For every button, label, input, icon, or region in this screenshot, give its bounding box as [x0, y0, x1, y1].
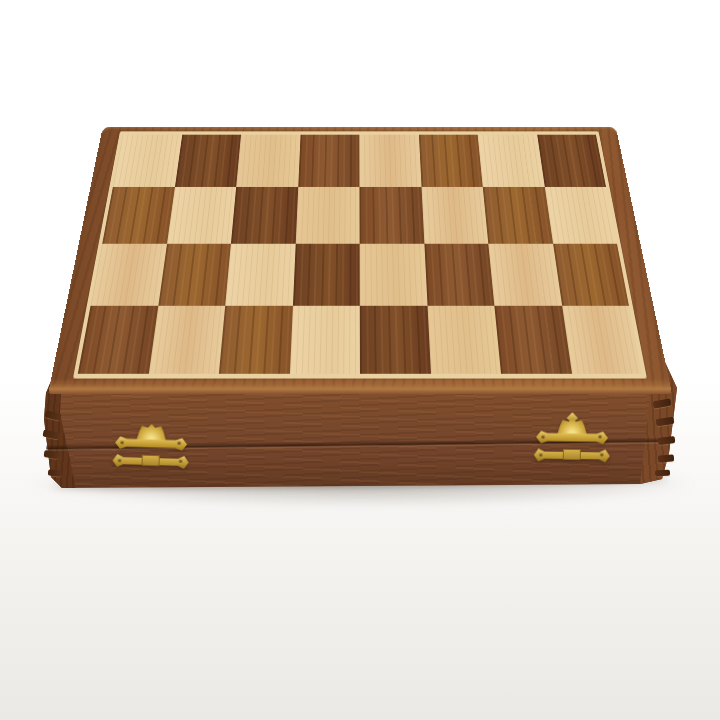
product-photo — [0, 0, 720, 720]
chessboard-lid — [78, 135, 642, 374]
clasp-screw — [539, 453, 543, 457]
clasp-screw — [598, 434, 602, 438]
board-square — [91, 244, 167, 306]
brass-clasp-right — [532, 417, 613, 466]
board-square — [427, 306, 501, 374]
board-square — [553, 244, 629, 306]
board-square — [78, 306, 158, 374]
board-square — [537, 135, 606, 187]
board-square — [148, 306, 225, 374]
board-square — [424, 244, 494, 306]
box-lid-top — [48, 127, 672, 394]
board-square — [113, 135, 182, 187]
board-square — [225, 244, 295, 306]
board-square — [488, 244, 561, 306]
board-square — [360, 306, 431, 374]
board-square — [544, 187, 617, 244]
board-square — [219, 306, 293, 374]
board-square — [158, 244, 231, 306]
clasp-crown-ornament — [136, 424, 166, 442]
lid-front-edge-highlight — [48, 379, 672, 394]
clasp-crown-ornament — [557, 418, 587, 435]
board-square — [359, 135, 421, 187]
board-square — [360, 244, 427, 306]
board-square — [421, 187, 488, 244]
board-square — [295, 187, 359, 244]
lid-maple-border — [73, 131, 647, 378]
board-square — [359, 187, 423, 244]
board-square — [478, 135, 545, 187]
board-square — [292, 244, 359, 306]
perspective-scene — [0, 0, 720, 720]
board-square — [175, 135, 241, 187]
clasp-screw — [118, 458, 122, 462]
clasp-screw — [120, 440, 124, 444]
board-square — [562, 306, 642, 374]
board-square — [298, 135, 360, 187]
board-square — [231, 187, 298, 244]
board-square — [236, 135, 300, 187]
board-square — [102, 187, 174, 244]
clasp-hasp — [142, 455, 160, 466]
board-square — [483, 187, 553, 244]
clasp-screw — [179, 459, 183, 463]
clasp-hasp — [563, 449, 581, 460]
board-square — [418, 135, 482, 187]
board-square — [167, 187, 237, 244]
board-square — [289, 306, 360, 374]
brass-clasp-left — [110, 423, 191, 473]
board-square — [494, 306, 571, 374]
clasp-screw — [541, 435, 545, 439]
clasp-screw — [600, 452, 604, 456]
